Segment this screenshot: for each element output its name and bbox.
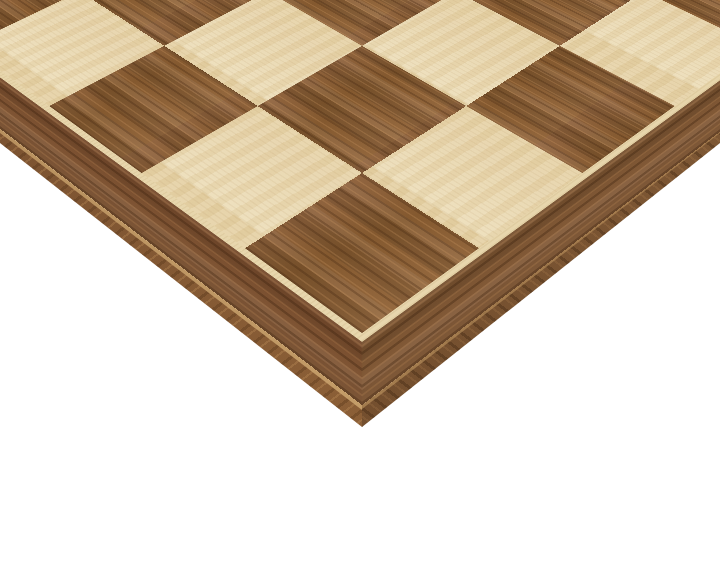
chess-board [0, 0, 720, 405]
chessboard-product-photo [0, 0, 720, 576]
